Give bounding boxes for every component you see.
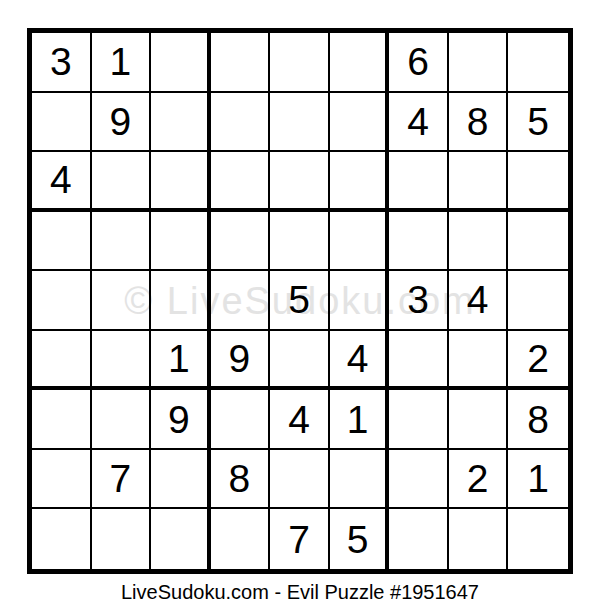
cell-r6c7 [389, 331, 449, 391]
cell-r2c9: 5 [508, 93, 568, 153]
cell-r1c3 [151, 33, 211, 93]
cell-r1c7: 6 [389, 33, 449, 93]
cell-r8c2: 7 [92, 450, 152, 510]
cell-r9c8 [449, 509, 509, 569]
puzzle-caption: LiveSudoku.com - Evil Puzzle #1951647 [0, 581, 600, 604]
cell-r7c9: 8 [508, 390, 568, 450]
cell-r6c4: 9 [211, 331, 271, 391]
cell-r5c3 [151, 271, 211, 331]
cell-r9c7 [389, 509, 449, 569]
cell-r1c4 [211, 33, 271, 93]
cell-r6c6: 4 [330, 331, 390, 391]
cell-r1c6 [330, 33, 390, 93]
cell-r4c1 [32, 212, 92, 272]
cell-r3c1: 4 [32, 152, 92, 212]
cell-r1c5 [270, 33, 330, 93]
cell-r9c2 [92, 509, 152, 569]
cell-r3c7 [389, 152, 449, 212]
cell-r7c6: 1 [330, 390, 390, 450]
cell-r1c9 [508, 33, 568, 93]
cell-r1c1: 3 [32, 33, 92, 93]
cell-r3c9 [508, 152, 568, 212]
cell-r5c4 [211, 271, 271, 331]
cell-r6c2 [92, 331, 152, 391]
cell-r8c1 [32, 450, 92, 510]
cell-r2c3 [151, 93, 211, 153]
cell-r9c4 [211, 509, 271, 569]
cell-r3c2 [92, 152, 152, 212]
cell-r4c9 [508, 212, 568, 272]
cell-r7c3: 9 [151, 390, 211, 450]
cell-r6c1 [32, 331, 92, 391]
sudoku-board: © LiveSudoku.com 31694854534194294187821… [27, 28, 573, 574]
cell-r4c7 [389, 212, 449, 272]
cell-r2c1 [32, 93, 92, 153]
cell-r1c2: 1 [92, 33, 152, 93]
cell-r7c5: 4 [270, 390, 330, 450]
cell-r8c9: 1 [508, 450, 568, 510]
cell-r5c6 [330, 271, 390, 331]
cell-r4c4 [211, 212, 271, 272]
cell-r6c8 [449, 331, 509, 391]
cell-r6c3: 1 [151, 331, 211, 391]
cell-r7c2 [92, 390, 152, 450]
cell-r2c2: 9 [92, 93, 152, 153]
cell-r7c8 [449, 390, 509, 450]
cell-r2c7: 4 [389, 93, 449, 153]
cell-r7c7 [389, 390, 449, 450]
cell-r3c4 [211, 152, 271, 212]
cell-r5c2 [92, 271, 152, 331]
cell-r4c5 [270, 212, 330, 272]
cell-r9c5: 7 [270, 509, 330, 569]
cell-r8c6 [330, 450, 390, 510]
cell-r4c2 [92, 212, 152, 272]
cell-r7c1 [32, 390, 92, 450]
cell-r1c8 [449, 33, 509, 93]
cell-r8c4: 8 [211, 450, 271, 510]
cell-r8c8: 2 [449, 450, 509, 510]
cell-r2c5 [270, 93, 330, 153]
cell-r5c7: 3 [389, 271, 449, 331]
cell-r9c1 [32, 509, 92, 569]
cell-r3c6 [330, 152, 390, 212]
cell-r4c3 [151, 212, 211, 272]
cell-r5c9 [508, 271, 568, 331]
cell-r8c5 [270, 450, 330, 510]
cell-r6c9: 2 [508, 331, 568, 391]
cell-r7c4 [211, 390, 271, 450]
cell-r5c8: 4 [449, 271, 509, 331]
cell-r3c8 [449, 152, 509, 212]
cell-r4c8 [449, 212, 509, 272]
cell-r5c1 [32, 271, 92, 331]
cell-r5c5: 5 [270, 271, 330, 331]
cell-r4c6 [330, 212, 390, 272]
cell-r8c3 [151, 450, 211, 510]
cell-r8c7 [389, 450, 449, 510]
cell-r2c4 [211, 93, 271, 153]
cell-r3c3 [151, 152, 211, 212]
cell-r9c6: 5 [330, 509, 390, 569]
cell-r3c5 [270, 152, 330, 212]
cell-r6c5 [270, 331, 330, 391]
cell-r2c6 [330, 93, 390, 153]
cell-r2c8: 8 [449, 93, 509, 153]
cell-r9c3 [151, 509, 211, 569]
cell-r9c9 [508, 509, 568, 569]
sudoku-page: © LiveSudoku.com 31694854534194294187821… [0, 0, 600, 615]
